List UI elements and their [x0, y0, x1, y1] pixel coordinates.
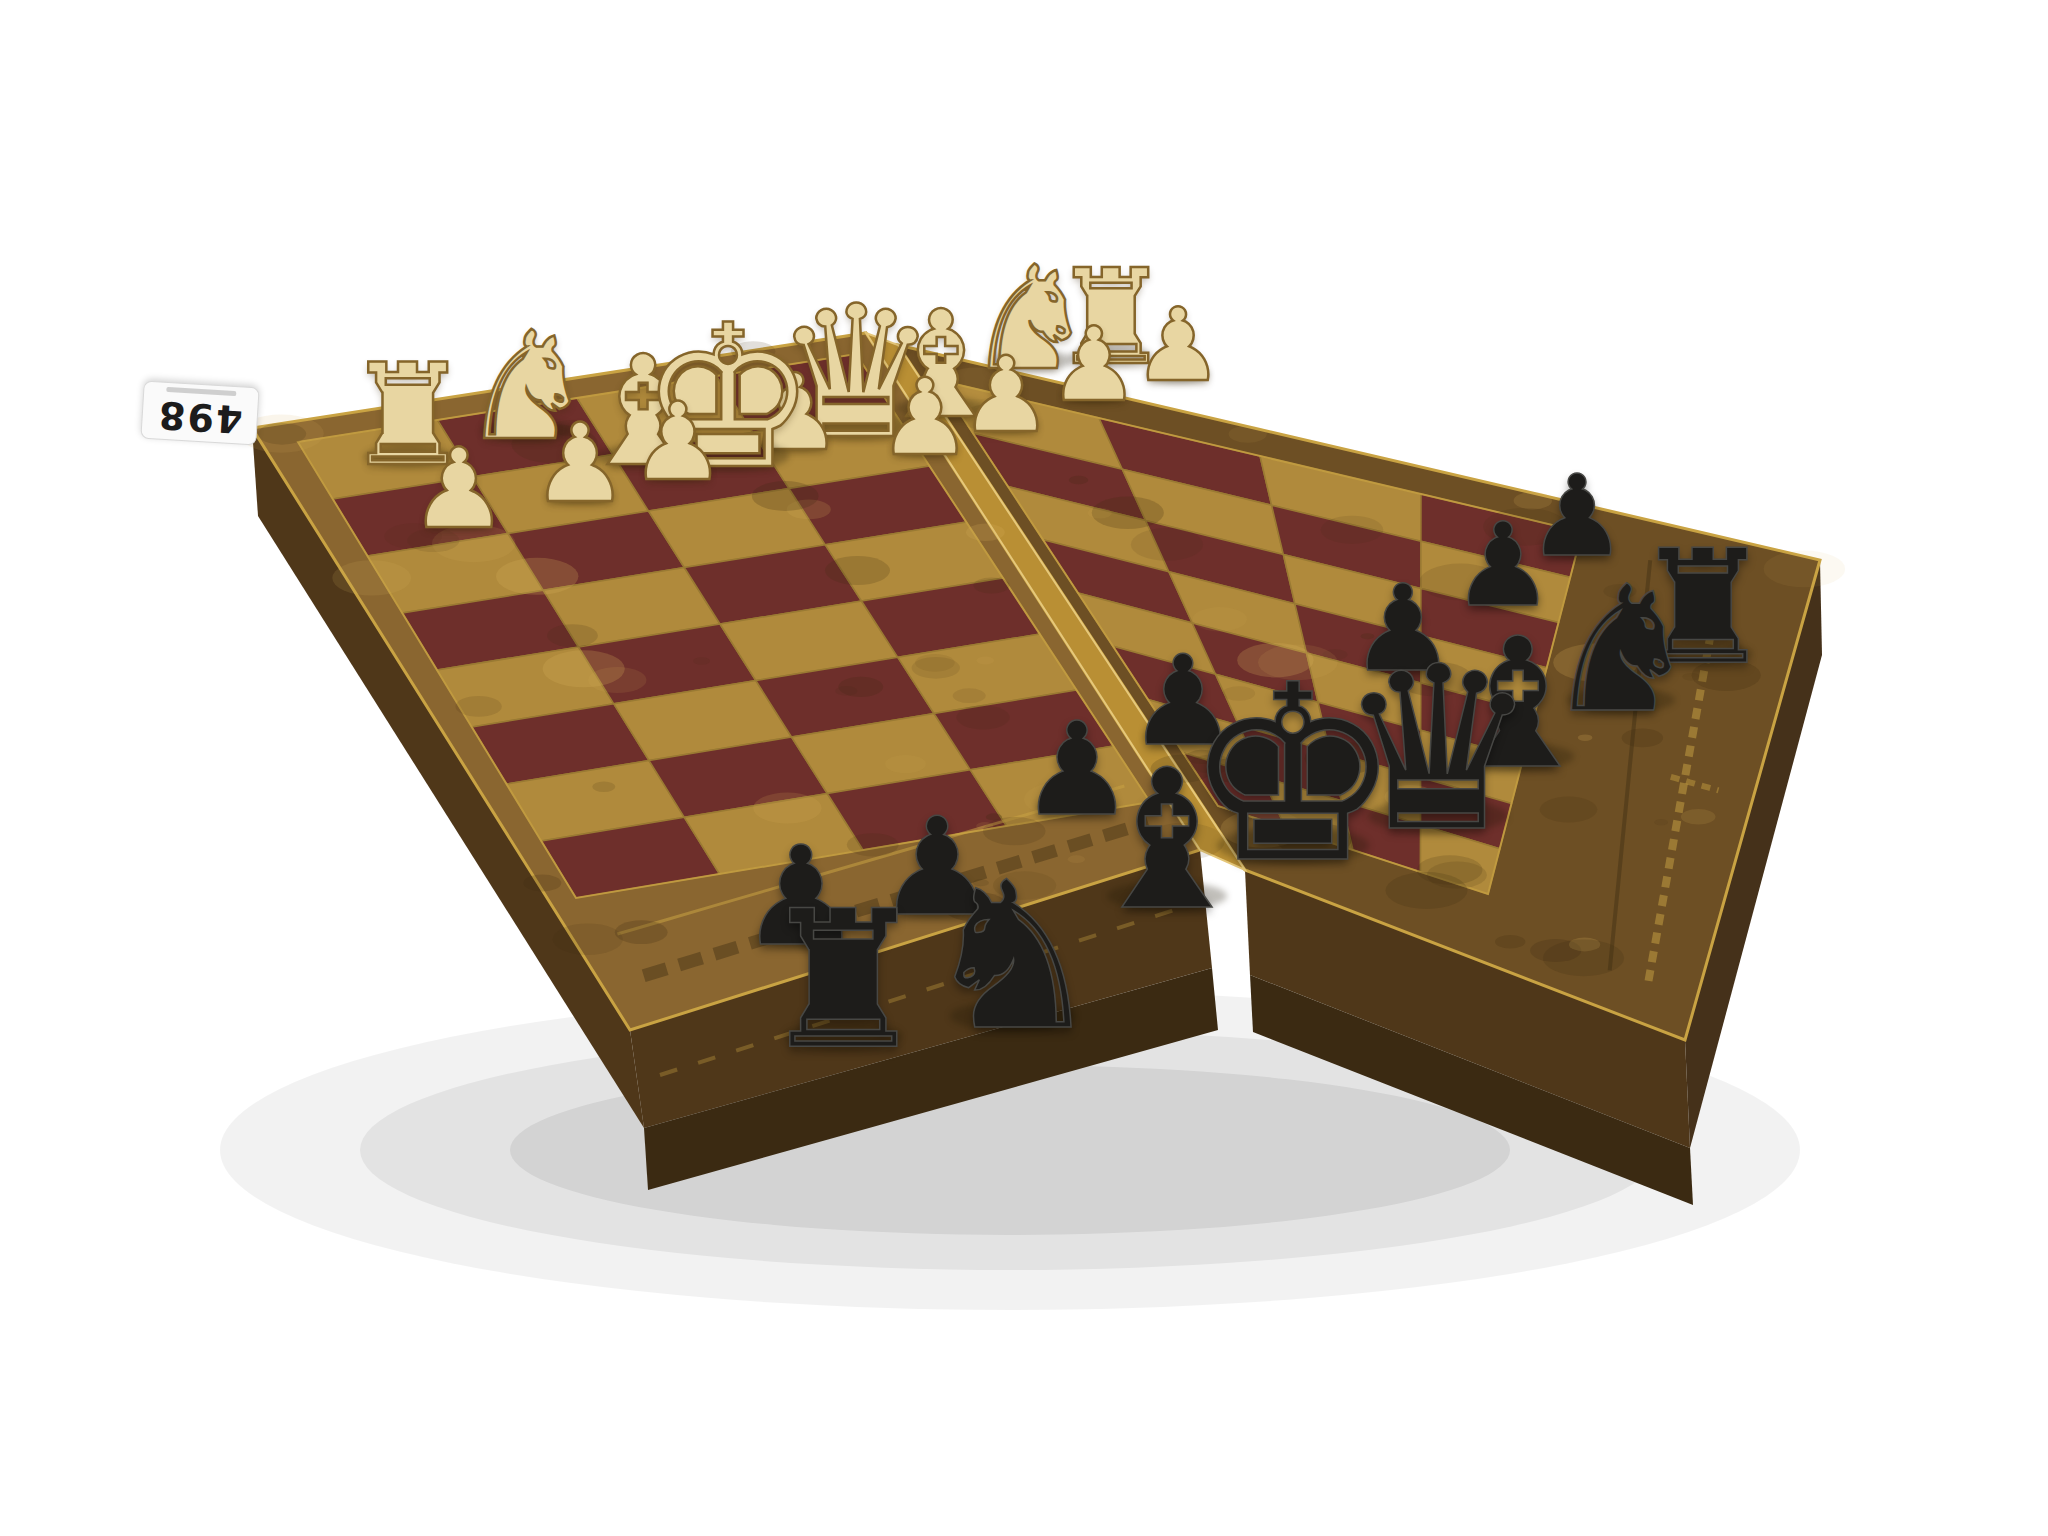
piece-white-pawn-g7[interactable]: ♟ [1048, 314, 1140, 416]
piece-white-pawn-a7[interactable]: ♟ [409, 434, 508, 545]
wear-spot [825, 556, 890, 585]
piece-white-pawn-c7[interactable]: ♟ [630, 388, 726, 495]
wear-spot [1069, 476, 1088, 485]
wear-spot [693, 657, 710, 665]
wear-spot [547, 624, 598, 647]
wear-spot [885, 755, 926, 773]
wear-spot [1764, 551, 1846, 588]
wear-spot [912, 657, 960, 679]
wear-spot [956, 705, 1009, 729]
wear-spot [977, 657, 995, 665]
lot-label-sticker: 498 [140, 381, 259, 446]
wear-spot [496, 558, 578, 595]
wear-spot [966, 524, 1005, 541]
wear-spot [953, 688, 986, 703]
wear-spot [524, 875, 562, 892]
piece-black-knight-c1[interactable]: ♞ [922, 855, 1104, 1058]
piece-white-pawn-f7[interactable]: ♟ [959, 343, 1053, 447]
wear-spot [1131, 528, 1203, 561]
piece-black-rook-b1[interactable]: ♜ [758, 886, 928, 1076]
wear-spot [543, 650, 625, 687]
wear-spot [332, 560, 411, 595]
wear-spot [1088, 508, 1112, 519]
wear-spot [553, 923, 623, 955]
wear-spot [1681, 809, 1716, 825]
piece-white-pawn-b7[interactable]: ♟ [531, 410, 629, 519]
piece-black-bishop-d2[interactable]: ♝ [1081, 744, 1253, 936]
wear-spot [1229, 426, 1267, 443]
wear-spot [455, 696, 501, 717]
wear-spot [1495, 935, 1525, 949]
lot-number: 498 [156, 396, 243, 439]
wear-spot [258, 423, 306, 445]
piece-white-pawn-h7[interactable]: ♟ [1133, 295, 1224, 396]
wear-spot [974, 577, 1010, 593]
photo-canvas: ♜♞♟♟♝♟♛♞♟♟♜♝♚♟♟♟♟♟♜♟♞♟♝♟♛♚♝♟♟♞♜ 498 [0, 0, 2048, 1536]
wear-spot [1543, 940, 1624, 977]
wear-spot [1654, 819, 1668, 825]
wear-spot [1321, 516, 1384, 544]
wear-spot [838, 677, 883, 697]
piece-white-pawn-e7[interactable]: ♟ [878, 365, 973, 471]
wear-spot [592, 782, 615, 792]
